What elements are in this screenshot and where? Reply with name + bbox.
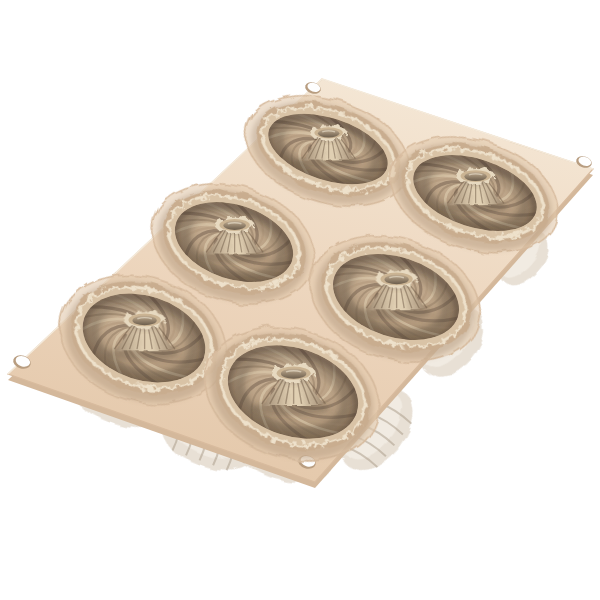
product-photo — [0, 0, 600, 600]
mold-photo — [0, 0, 600, 600]
